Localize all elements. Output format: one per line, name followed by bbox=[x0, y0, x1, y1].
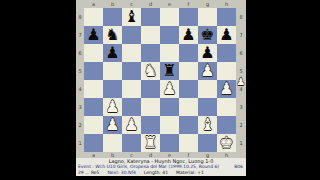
square-d2 bbox=[141, 116, 160, 134]
square-e2 bbox=[160, 116, 179, 134]
square-g5: ♟ bbox=[198, 62, 217, 80]
black-bishop: ♝ bbox=[122, 8, 141, 26]
white-pawn: ♟ bbox=[160, 80, 179, 98]
square-f8 bbox=[179, 8, 198, 26]
square-f6 bbox=[179, 44, 198, 62]
square-a5 bbox=[84, 62, 103, 80]
square-a8 bbox=[84, 8, 103, 26]
white-bishop: ♝ bbox=[198, 116, 217, 134]
square-c5 bbox=[122, 62, 141, 80]
rank-label-left-6: 6 bbox=[76, 44, 84, 62]
white-pawn: ♟ bbox=[103, 98, 122, 116]
square-c1 bbox=[122, 134, 141, 152]
white-pawn: ♟ bbox=[122, 116, 141, 134]
square-f3 bbox=[179, 98, 198, 116]
rank-label-left-5: 5 bbox=[76, 62, 84, 80]
white-pawn: ♟ bbox=[217, 80, 236, 98]
rank-label-right-1: 1 bbox=[236, 134, 246, 152]
corner bbox=[76, 0, 84, 8]
square-f5 bbox=[179, 62, 198, 80]
square-g8 bbox=[198, 8, 217, 26]
file-label-h: h bbox=[217, 0, 236, 8]
square-e8 bbox=[160, 8, 179, 26]
rank-label-right-3: 3 bbox=[236, 98, 246, 116]
square-a3 bbox=[84, 98, 103, 116]
black-pawn: ♟ bbox=[84, 26, 103, 44]
square-h3 bbox=[217, 98, 236, 116]
square-g3 bbox=[198, 98, 217, 116]
corner bbox=[236, 0, 246, 8]
square-h1: ♚ bbox=[217, 134, 236, 152]
black-king: ♚ bbox=[198, 26, 217, 44]
square-c2: ♟ bbox=[122, 116, 141, 134]
square-b6: ♟ bbox=[103, 44, 122, 62]
square-a2 bbox=[84, 116, 103, 134]
square-d8 bbox=[141, 8, 160, 26]
black-knight: ♞ bbox=[103, 26, 122, 44]
square-g7: ♚ bbox=[198, 26, 217, 44]
file-label-f: f bbox=[179, 0, 198, 8]
square-e7 bbox=[160, 26, 179, 44]
rank-label-left-3: 3 bbox=[76, 98, 84, 116]
move-info-line: 29 ... Re5 Next: 30.Nf4 Length: 41 Mater… bbox=[76, 170, 246, 176]
square-h5 bbox=[217, 62, 236, 80]
square-h2 bbox=[217, 116, 236, 134]
square-e1 bbox=[160, 134, 179, 152]
square-b1 bbox=[103, 134, 122, 152]
square-d5: ♞ bbox=[141, 62, 160, 80]
square-f4 bbox=[179, 80, 198, 98]
square-g1 bbox=[198, 134, 217, 152]
file-label-d: d bbox=[141, 0, 160, 8]
square-c7 bbox=[122, 26, 141, 44]
square-f2 bbox=[179, 116, 198, 134]
square-g4 bbox=[198, 80, 217, 98]
video-frame: abcdefgh8♝87♟♞♟♚♟76♟♟65♞♜♟54♟♟43♟32♟♟♝21… bbox=[0, 0, 320, 180]
white-pawn: ♟ bbox=[198, 62, 217, 80]
square-b8 bbox=[103, 8, 122, 26]
eco-code: B06 bbox=[234, 164, 243, 170]
black-rook: ♜ bbox=[160, 62, 179, 80]
rank-label-left-1: 1 bbox=[76, 134, 84, 152]
square-c8: ♝ bbox=[122, 8, 141, 26]
square-f7: ♟ bbox=[179, 26, 198, 44]
square-b7: ♞ bbox=[103, 26, 122, 44]
square-b4 bbox=[103, 80, 122, 98]
game-length: Length: 41 bbox=[144, 170, 168, 176]
square-c3 bbox=[122, 98, 141, 116]
black-pawn: ♟ bbox=[217, 26, 236, 44]
material-white-pawn-icon: ♟ bbox=[236, 75, 246, 88]
file-label-b: b bbox=[103, 0, 122, 8]
square-a6 bbox=[84, 44, 103, 62]
white-king: ♚ bbox=[217, 134, 236, 152]
black-pawn: ♟ bbox=[179, 26, 198, 44]
square-h4: ♟ bbox=[217, 80, 236, 98]
game-info-caption: Lagno, Kateryna - Huynh Ngoc, Luong 1-0 … bbox=[76, 158, 246, 176]
square-e5: ♜ bbox=[160, 62, 179, 80]
square-c6 bbox=[122, 44, 141, 62]
rank-label-right-2: 2 bbox=[236, 116, 246, 134]
file-label-e: e bbox=[160, 0, 179, 8]
rank-label-left-4: 4 bbox=[76, 80, 84, 98]
square-e4: ♟ bbox=[160, 80, 179, 98]
square-b5 bbox=[103, 62, 122, 80]
square-b3: ♟ bbox=[103, 98, 122, 116]
square-c4 bbox=[122, 80, 141, 98]
white-rook: ♜ bbox=[141, 134, 160, 152]
file-label-a: a bbox=[84, 0, 103, 8]
last-move: 29 ... Re5 bbox=[78, 170, 99, 176]
rank-label-left-2: 2 bbox=[76, 116, 84, 134]
square-h6 bbox=[217, 44, 236, 62]
black-pawn: ♟ bbox=[198, 44, 217, 62]
square-h8 bbox=[217, 8, 236, 26]
square-d6 bbox=[141, 44, 160, 62]
material-balance: Material: +1 bbox=[176, 170, 204, 176]
rank-label-right-8: 8 bbox=[236, 8, 246, 26]
white-pawn: ♟ bbox=[103, 116, 122, 134]
square-d1: ♜ bbox=[141, 134, 160, 152]
square-g6: ♟ bbox=[198, 44, 217, 62]
square-a1 bbox=[84, 134, 103, 152]
black-pawn: ♟ bbox=[103, 44, 122, 62]
rank-label-left-8: 8 bbox=[76, 8, 84, 26]
white-knight: ♞ bbox=[141, 62, 160, 80]
square-e3 bbox=[160, 98, 179, 116]
square-f1 bbox=[179, 134, 198, 152]
square-a4 bbox=[84, 80, 103, 98]
chess-board: abcdefgh8♝87♟♞♟♚♟76♟♟65♞♜♟54♟♟43♟32♟♟♝21… bbox=[76, 0, 246, 158]
rank-label-right-6: 6 bbox=[236, 44, 246, 62]
square-d4 bbox=[141, 80, 160, 98]
square-h7: ♟ bbox=[217, 26, 236, 44]
square-b2: ♟ bbox=[103, 116, 122, 134]
square-a7: ♟ bbox=[84, 26, 103, 44]
square-d7 bbox=[141, 26, 160, 44]
square-g2: ♝ bbox=[198, 116, 217, 134]
square-e6 bbox=[160, 44, 179, 62]
file-label-g: g bbox=[198, 0, 217, 8]
next-move: Next: 30.Nf4 bbox=[107, 170, 135, 176]
rank-label-left-7: 7 bbox=[76, 26, 84, 44]
rank-label-right-7: 7 bbox=[236, 26, 246, 44]
square-d3 bbox=[141, 98, 160, 116]
